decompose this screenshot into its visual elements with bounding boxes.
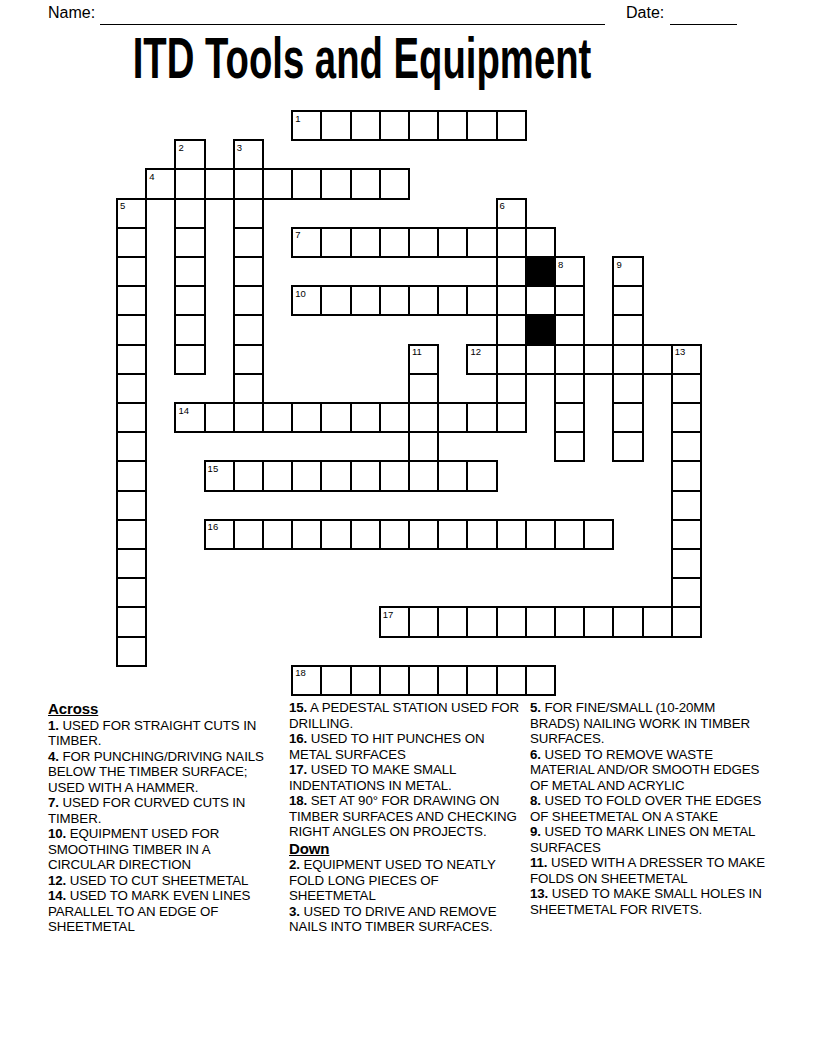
date-label: Date: [626,4,664,22]
clue-8: 8. USED TO FOLD OVER THE EDGES OF SHEETM… [530,793,766,824]
grid-cell[interactable] [174,168,205,199]
grid-cell[interactable] [262,519,293,550]
grid-cell[interactable] [525,519,556,550]
grid-cell[interactable] [496,110,527,141]
grid-cell[interactable] [554,606,585,637]
clue-12: 12. USED TO CUT SHEETMETAL [48,873,280,889]
grid-cell[interactable] [671,460,702,491]
cell-number: 17 [383,609,394,620]
grid-cell[interactable] [204,402,235,433]
cell-number: 16 [208,521,219,532]
clue-14: 14. USED TO MARK EVEN LINES PARALLEL TO … [48,888,280,935]
grid-cell[interactable] [671,519,702,550]
grid-cell[interactable] [116,344,147,375]
grid-cell[interactable]: 12 [466,344,497,375]
grid-cell[interactable] [233,402,264,433]
grid-cell[interactable] [642,606,673,637]
grid-cell[interactable] [233,519,264,550]
grid-cell[interactable] [174,344,205,375]
grid-cell[interactable] [496,314,527,345]
grid-cell[interactable] [174,314,205,345]
grid-cell[interactable] [671,577,702,608]
grid-cell[interactable] [496,373,527,404]
clue-number: 18. [289,793,307,808]
cell-number: 8 [558,259,563,270]
clue-11: 11. USED WITH A DRESSER TO MAKE FOLDS ON… [530,855,766,886]
grid-cell[interactable] [612,344,643,375]
grid-cell[interactable] [671,548,702,579]
grid-cell[interactable] [320,110,351,141]
cell-number: 11 [412,346,422,357]
grid-cell[interactable] [116,519,147,550]
grid-cell[interactable] [233,227,264,258]
grid-cell[interactable] [671,431,702,462]
cell-number: 4 [149,171,154,182]
name-label: Name: [48,4,95,22]
grid-cell[interactable] [466,402,497,433]
grid-cell[interactable] [671,373,702,404]
grid-cell[interactable] [262,168,293,199]
grid-cell[interactable] [350,460,381,491]
cell-number: 6 [500,200,505,211]
grid-cell[interactable]: 5 [116,198,147,229]
grid-cell[interactable] [642,344,673,375]
grid-cell[interactable] [291,168,322,199]
grid-cell[interactable] [612,402,643,433]
grid-cell[interactable] [116,636,147,667]
grid-cell[interactable] [554,519,585,550]
grid-cell[interactable] [466,110,497,141]
grid-cell[interactable] [554,402,585,433]
grid-cell[interactable] [350,665,381,696]
clue-column-2: 15. A PEDESTAL STATION USED FOR DRILLING… [289,700,520,935]
grid-cell[interactable] [496,256,527,287]
grid-cell[interactable] [671,490,702,521]
clue-17: 17. USED TO MAKE SMALL INDENTATIONS IN M… [289,762,520,793]
grid-cell[interactable] [554,314,585,345]
cell-number: 2 [178,142,183,153]
grid-cell[interactable] [408,665,439,696]
clue-4: 4. FOR PUNCHING/DRIVING NAILS BELOW THE … [48,749,280,796]
grid-cell[interactable] [233,198,264,229]
grid-cell[interactable] [408,460,439,491]
grid-cell[interactable] [583,606,614,637]
clue-number: 7. [48,795,59,810]
grid-cell[interactable] [174,285,205,316]
cell-number: 15 [208,463,219,474]
clue-number: 4. [48,749,59,764]
grid-cell[interactable] [437,519,468,550]
clue-number: 12. [48,873,66,888]
grid-cell[interactable] [496,227,527,258]
cell-number: 12 [470,346,481,357]
grid-cell[interactable] [116,431,147,462]
grid-cell[interactable] [350,285,381,316]
grid-cell[interactable] [350,519,381,550]
grid-cell[interactable] [583,344,614,375]
grid-cell[interactable]: 11 [408,344,439,375]
grid-cell[interactable] [496,665,527,696]
grid-cell[interactable] [437,227,468,258]
clue-number: 5. [530,700,541,715]
grid-cell[interactable] [525,665,556,696]
clue-column-3: 5. FOR FINE/SMALL (10-20MM BRADS) NAILIN… [530,700,766,917]
cell-number: 14 [178,405,189,416]
worksheet-page: Name: Date: ITD Tools and Equipment 1234… [0,0,816,1056]
grid-cell[interactable] [496,344,527,375]
grid-cell[interactable] [671,402,702,433]
grid-cell[interactable] [496,285,527,316]
grid-cell[interactable] [525,606,556,637]
grid-cell[interactable] [408,431,439,462]
clue-5: 5. FOR FINE/SMALL (10-20MM BRADS) NAILIN… [530,700,766,747]
grid-cell[interactable] [320,227,351,258]
black-cell [525,314,556,345]
grid-cell[interactable] [554,344,585,375]
page-title: ITD Tools and Equipment [123,26,601,90]
grid-cell[interactable] [496,606,527,637]
cell-number: 1 [295,113,300,124]
grid-cell[interactable] [466,665,497,696]
down-header: Down [289,840,520,858]
grid-cell[interactable]: 4 [145,168,176,199]
grid-cell[interactable] [408,110,439,141]
clue-number: 2. [289,857,300,872]
grid-cell[interactable] [408,227,439,258]
grid-cell[interactable] [116,285,147,316]
grid-cell[interactable] [174,227,205,258]
grid-cell[interactable] [233,460,264,491]
grid-cell[interactable] [350,402,381,433]
grid-cell[interactable] [320,285,351,316]
grid-cell[interactable] [554,285,585,316]
grid-cell[interactable] [116,606,147,637]
across-header: Across [48,700,280,718]
clue-1: 1. USED FOR STRAIGHT CUTS IN TIMBER. [48,718,280,749]
grid-cell[interactable] [379,168,410,199]
grid-cell[interactable] [408,402,439,433]
grid-cell[interactable] [671,606,702,637]
grid-cell[interactable] [233,285,264,316]
grid-cell[interactable] [116,460,147,491]
clue-number: 11. [530,855,547,870]
grid-cell[interactable] [233,314,264,345]
date-blank-line [670,24,737,25]
grid-cell[interactable] [408,519,439,550]
cell-number: 18 [295,667,306,678]
grid-cell[interactable] [437,606,468,637]
grid-cell[interactable] [379,285,410,316]
grid-cell[interactable] [496,402,527,433]
grid-cell[interactable] [496,519,527,550]
clue-number: 17. [289,762,307,777]
crossword-grid: 123456789101112131415161718 [117,111,702,696]
grid-cell[interactable] [437,460,468,491]
grid-cell[interactable]: 6 [496,198,527,229]
grid-cell[interactable] [612,373,643,404]
clue-7: 7. USED FOR CURVED CUTS IN TIMBER. [48,795,280,826]
black-cell [525,256,556,287]
grid-cell[interactable]: 9 [612,256,643,287]
grid-cell[interactable]: 10 [291,285,322,316]
grid-cell[interactable] [204,168,235,199]
grid-cell[interactable] [233,256,264,287]
grid-cell[interactable] [320,519,351,550]
grid-cell[interactable] [466,460,497,491]
grid-cell[interactable] [437,402,468,433]
clue-2: 2. EQUIPMENT USED TO NEATLY FOLD LONG PI… [289,857,520,904]
grid-cell[interactable] [116,227,147,258]
grid-cell[interactable] [437,110,468,141]
grid-cell[interactable] [116,577,147,608]
grid-cell[interactable]: 15 [204,460,235,491]
clue-10: 10. EQUIPMENT USED FOR SMOOTHING TIMBER … [48,826,280,873]
clue-6: 6. USED TO REMOVE WASTE MATERIAL AND/OR … [530,747,766,794]
grid-cell[interactable]: 13 [671,344,702,375]
grid-cell[interactable]: 3 [233,139,264,170]
grid-cell[interactable] [233,373,264,404]
clue-number: 14. [48,888,66,903]
grid-cell[interactable]: 8 [554,256,585,287]
clue-18: 18. SET AT 90° FOR DRAWING ON TIMBER SUR… [289,793,520,840]
grid-cell[interactable] [554,431,585,462]
grid-cell[interactable] [116,490,147,521]
grid-cell[interactable] [320,665,351,696]
grid-cell[interactable] [379,665,410,696]
grid-cell[interactable] [350,227,381,258]
grid-cell[interactable] [320,168,351,199]
clue-number: 1. [48,718,59,733]
grid-cell[interactable] [408,606,439,637]
grid-cell[interactable] [583,519,614,550]
grid-cell[interactable] [174,256,205,287]
cell-number: 9 [616,259,621,270]
grid-cell[interactable] [233,168,264,199]
grid-cell[interactable] [291,519,322,550]
grid-cell[interactable]: 17 [379,606,410,637]
grid-cell[interactable] [350,110,381,141]
clue-number: 6. [530,747,541,762]
grid-cell[interactable] [291,460,322,491]
grid-cell[interactable] [379,110,410,141]
grid-cell[interactable] [525,344,556,375]
grid-cell[interactable] [320,402,351,433]
clue-15: 15. A PEDESTAL STATION USED FOR DRILLING… [289,700,520,731]
grid-cell[interactable] [116,256,147,287]
grid-cell[interactable]: 2 [174,139,205,170]
grid-cell[interactable] [174,198,205,229]
grid-cell[interactable] [262,402,293,433]
grid-cell[interactable] [525,227,556,258]
clue-number: 3. [289,904,300,919]
grid-cell[interactable] [379,227,410,258]
clue-9: 9. USED TO MARK LINES ON METAL SURFACES [530,824,766,855]
grid-cell[interactable] [612,285,643,316]
grid-cell[interactable] [466,285,497,316]
grid-cell[interactable] [379,460,410,491]
clue-3: 3. USED TO DRIVE AND REMOVE NAILS INTO T… [289,904,520,935]
clue-column-1: Across1. USED FOR STRAIGHT CUTS IN TIMBE… [48,700,280,935]
clue-number: 15. [289,700,307,715]
cell-number: 5 [120,200,125,211]
grid-cell[interactable] [408,373,439,404]
clue-13: 13. USED TO MAKE SMALL HOLES IN SHEETMET… [530,886,766,917]
clue-number: 10. [48,826,66,841]
cell-number: 13 [675,346,686,357]
grid-cell[interactable] [554,373,585,404]
grid-cell[interactable]: 7 [291,227,322,258]
grid-cell[interactable] [612,606,643,637]
grid-cell[interactable] [116,373,147,404]
clue-number: 16. [289,731,307,746]
grid-cell[interactable] [116,402,147,433]
cell-number: 7 [295,229,300,240]
grid-cell[interactable] [466,606,497,637]
grid-cell[interactable] [408,285,439,316]
clue-number: 9. [530,824,541,839]
grid-cell[interactable] [612,431,643,462]
clue-16: 16. USED TO HIT PUNCHES ON METAL SURFACE… [289,731,520,762]
grid-cell[interactable] [437,285,468,316]
grid-cell[interactable] [612,314,643,345]
grid-cell[interactable] [525,285,556,316]
grid-cell[interactable] [320,460,351,491]
cell-number: 3 [237,142,242,153]
grid-cell[interactable] [233,344,264,375]
grid-cell[interactable]: 18 [291,665,322,696]
grid-cell[interactable]: 14 [174,402,205,433]
grid-cell[interactable] [466,519,497,550]
clue-number: 8. [530,793,541,808]
grid-cell[interactable] [116,314,147,345]
grid-cell[interactable]: 1 [291,110,322,141]
clue-number: 13. [530,886,548,901]
grid-cell[interactable] [466,227,497,258]
grid-cell[interactable]: 16 [204,519,235,550]
grid-cell[interactable] [116,548,147,579]
grid-cell[interactable] [379,402,410,433]
grid-cell[interactable] [437,665,468,696]
grid-cell[interactable] [291,402,322,433]
grid-cell[interactable] [379,519,410,550]
grid-cell[interactable] [262,460,293,491]
cell-number: 10 [295,288,306,299]
grid-cell[interactable] [350,168,381,199]
